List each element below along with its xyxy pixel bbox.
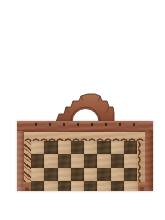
square-r2c3[interactable]	[58, 154, 71, 167]
square-r4c7[interactable]	[111, 181, 124, 191]
square-r4c3[interactable]	[58, 181, 71, 191]
square-r2c1[interactable]	[31, 154, 44, 167]
carved-handle	[55, 93, 115, 122]
square-r2c5[interactable]	[84, 154, 97, 167]
square-r1c2[interactable]	[44, 141, 57, 154]
carved-corner-bottom-left	[23, 182, 31, 191]
square-r4c1[interactable]	[31, 181, 44, 191]
square-r4c5[interactable]	[84, 181, 97, 191]
handle-arch-icon	[55, 93, 115, 122]
square-r1c3[interactable]	[58, 141, 71, 154]
square-r3c7[interactable]	[111, 168, 124, 181]
square-r3c8[interactable]	[124, 168, 137, 181]
square-r2c6[interactable]	[97, 154, 110, 167]
right-rail	[145, 131, 153, 191]
square-r3c6[interactable]	[97, 168, 110, 181]
square-r1c7[interactable]	[111, 141, 124, 154]
square-r1c8[interactable]	[124, 141, 137, 154]
top-rail	[17, 121, 153, 132]
checkers-board	[17, 121, 153, 191]
square-r4c2[interactable]	[44, 181, 57, 191]
top-rail-notch-carving	[26, 123, 141, 126]
square-r1c4[interactable]	[71, 141, 84, 154]
carved-corner-bottom-right	[138, 182, 146, 191]
square-r2c2[interactable]	[44, 154, 57, 167]
square-r3c1[interactable]	[31, 168, 44, 181]
square-r1c1[interactable]	[31, 141, 44, 154]
square-r2c7[interactable]	[111, 154, 124, 167]
square-r1c6[interactable]	[97, 141, 110, 154]
checkerboard-field	[31, 141, 137, 191]
square-r4c6[interactable]	[97, 181, 110, 191]
square-r1c5[interactable]	[84, 141, 97, 154]
square-r3c3[interactable]	[58, 168, 71, 181]
square-r3c5[interactable]	[84, 168, 97, 181]
square-r4c8[interactable]	[124, 181, 137, 191]
square-r4c4[interactable]	[71, 181, 84, 191]
scallop-garland-border	[24, 132, 145, 141]
square-r2c4[interactable]	[71, 154, 84, 167]
square-r3c4[interactable]	[71, 168, 84, 181]
square-r3c2[interactable]	[44, 168, 57, 181]
square-r2c8[interactable]	[124, 154, 137, 167]
board-photo	[0, 0, 165, 220]
